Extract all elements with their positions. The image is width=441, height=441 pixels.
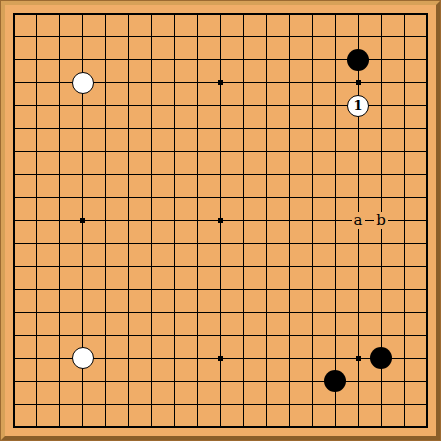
move-1-stone-point: 1 xyxy=(347,94,370,117)
black-stone xyxy=(347,49,369,71)
board-points: ab1 xyxy=(3,3,439,439)
star-point-dot xyxy=(356,80,361,85)
black-stone-point xyxy=(324,370,347,393)
star-point xyxy=(209,209,232,232)
star-point-dot xyxy=(218,80,223,85)
star-point-dot xyxy=(218,218,223,223)
star-point-dot xyxy=(80,218,85,223)
star-point xyxy=(71,209,94,232)
point-label-a: a xyxy=(347,209,370,232)
black-stone xyxy=(370,347,392,369)
star-point xyxy=(347,71,370,94)
white-stone-point xyxy=(71,347,94,370)
black-stone xyxy=(324,370,346,392)
point-label-b: b xyxy=(370,209,393,232)
go-diagram: ab1 xyxy=(0,0,441,441)
white-stone-point xyxy=(71,71,94,94)
move-1-stone: 1 xyxy=(347,95,369,117)
black-stone-point xyxy=(370,347,393,370)
white-stone xyxy=(72,72,94,94)
white-stone xyxy=(72,347,94,369)
point-label-text: b xyxy=(374,212,388,229)
star-point-dot xyxy=(218,356,223,361)
black-stone-point xyxy=(347,48,370,71)
star-point-dot xyxy=(356,356,361,361)
star-point xyxy=(347,347,370,370)
star-point xyxy=(209,347,232,370)
go-board: ab1 xyxy=(5,5,436,436)
stone-number: 1 xyxy=(354,99,363,112)
star-point xyxy=(209,71,232,94)
point-label-text: a xyxy=(352,212,365,229)
